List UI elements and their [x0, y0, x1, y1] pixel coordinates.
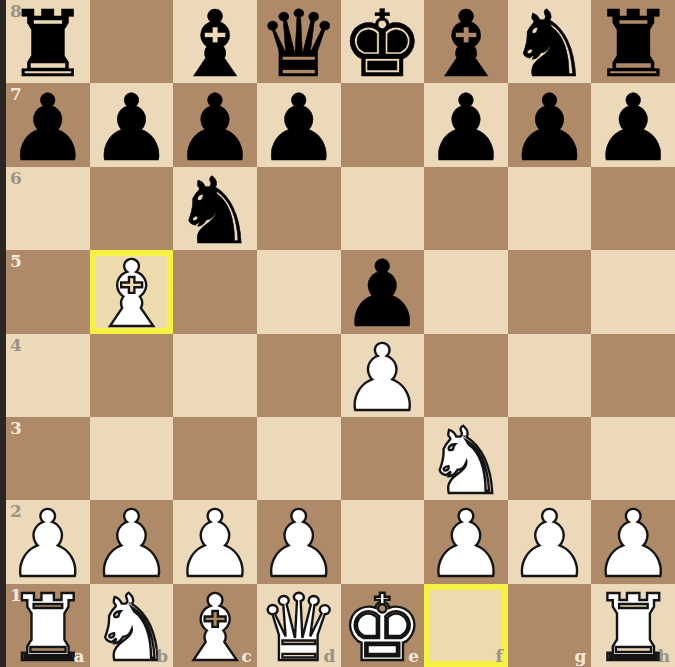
square-d8[interactable]: ♛ [257, 0, 341, 83]
square-d3[interactable] [257, 417, 341, 500]
piece-black-pawn-h7[interactable]: ♟ [592, 87, 674, 170]
square-e1[interactable]: e♚ [341, 584, 425, 667]
square-b5[interactable]: ♝ [90, 250, 174, 333]
square-f4[interactable] [424, 334, 508, 417]
square-a7[interactable]: 7♟ [6, 83, 90, 166]
piece-white-king-e1[interactable]: ♚ [341, 587, 423, 667]
square-d4[interactable] [257, 334, 341, 417]
file-label-f: f [495, 648, 502, 665]
piece-black-knight-c6[interactable]: ♞ [174, 170, 256, 253]
square-a5[interactable]: 5 [6, 250, 90, 333]
square-g5[interactable] [508, 250, 592, 333]
square-a3[interactable]: 3 [6, 417, 90, 500]
square-g2[interactable]: ♟ [508, 500, 592, 583]
square-b1[interactable]: b♞ [90, 584, 174, 667]
rank-label-3: 3 [10, 420, 22, 437]
square-c1[interactable]: c♝ [173, 584, 257, 667]
piece-black-king-e8[interactable]: ♚ [341, 3, 423, 86]
file-label-g: g [574, 648, 586, 665]
square-b3[interactable] [90, 417, 174, 500]
square-c8[interactable]: ♝ [173, 0, 257, 83]
piece-black-pawn-f7[interactable]: ♟ [425, 87, 507, 170]
square-g3[interactable] [508, 417, 592, 500]
square-g8[interactable]: ♞ [508, 0, 592, 83]
square-b8[interactable] [90, 0, 174, 83]
square-f8[interactable]: ♝ [424, 0, 508, 83]
piece-white-bishop-c1[interactable]: ♝ [174, 587, 256, 667]
piece-white-knight-b1[interactable]: ♞ [90, 587, 172, 667]
square-h3[interactable] [591, 417, 675, 500]
square-c4[interactable] [173, 334, 257, 417]
piece-white-pawn-e4[interactable]: ♟ [341, 337, 423, 420]
square-e5[interactable]: ♟ [341, 250, 425, 333]
rank-label-4: 4 [10, 337, 22, 354]
square-d7[interactable]: ♟ [257, 83, 341, 166]
square-h7[interactable]: ♟ [591, 83, 675, 166]
square-b7[interactable]: ♟ [90, 83, 174, 166]
square-c6[interactable]: ♞ [173, 167, 257, 250]
square-h5[interactable] [591, 250, 675, 333]
square-e2[interactable] [341, 500, 425, 583]
square-f7[interactable]: ♟ [424, 83, 508, 166]
square-h8[interactable]: ♜ [591, 0, 675, 83]
square-c7[interactable]: ♟ [173, 83, 257, 166]
square-b2[interactable]: ♟ [90, 500, 174, 583]
square-e8[interactable]: ♚ [341, 0, 425, 83]
square-h1[interactable]: h♜ [591, 584, 675, 667]
square-e6[interactable] [341, 167, 425, 250]
square-h2[interactable]: ♟ [591, 500, 675, 583]
square-f5[interactable] [424, 250, 508, 333]
square-a8[interactable]: 8♜ [6, 0, 90, 83]
piece-black-pawn-b7[interactable]: ♟ [90, 87, 172, 170]
square-a4[interactable]: 4 [6, 334, 90, 417]
square-g7[interactable]: ♟ [508, 83, 592, 166]
piece-white-rook-a1[interactable]: ♜ [7, 587, 89, 667]
rank-label-5: 5 [10, 253, 22, 270]
piece-black-pawn-d7[interactable]: ♟ [257, 87, 339, 170]
square-f2[interactable]: ♟ [424, 500, 508, 583]
square-c2[interactable]: ♟ [173, 500, 257, 583]
piece-white-pawn-g2[interactable]: ♟ [508, 503, 590, 586]
square-c3[interactable] [173, 417, 257, 500]
piece-white-bishop-b5[interactable]: ♝ [90, 253, 172, 336]
piece-black-pawn-g7[interactable]: ♟ [508, 87, 590, 170]
square-d2[interactable]: ♟ [257, 500, 341, 583]
square-e4[interactable]: ♟ [341, 334, 425, 417]
square-a1[interactable]: 1a♜ [6, 584, 90, 667]
chess-board: 8♜♝♛♚♝♞♜7♟♟♟♟♟♟♟6♞5♝♟4♟3♞2♟♟♟♟♟♟♟1a♜b♞c♝… [6, 0, 675, 667]
board-container: 8♜♝♛♚♝♞♜7♟♟♟♟♟♟♟6♞5♝♟4♟3♞2♟♟♟♟♟♟♟1a♜b♞c♝… [0, 0, 675, 667]
piece-white-queen-d1[interactable]: ♛ [257, 587, 339, 667]
square-h4[interactable] [591, 334, 675, 417]
square-d5[interactable] [257, 250, 341, 333]
piece-black-pawn-a7[interactable]: ♟ [7, 87, 89, 170]
square-a2[interactable]: 2♟ [6, 500, 90, 583]
square-f3[interactable]: ♞ [424, 417, 508, 500]
square-d1[interactable]: d♛ [257, 584, 341, 667]
piece-white-rook-h1[interactable]: ♜ [592, 587, 674, 667]
piece-white-pawn-f2[interactable]: ♟ [425, 503, 507, 586]
square-g4[interactable] [508, 334, 592, 417]
